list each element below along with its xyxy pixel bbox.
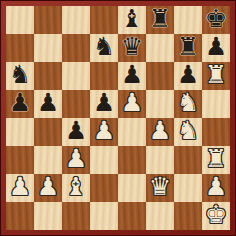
square-f8[interactable]: ♜ <box>146 6 174 34</box>
square-f2[interactable]: ♛ <box>146 174 174 202</box>
square-g7[interactable]: ♜ <box>174 34 202 62</box>
square-b4[interactable] <box>34 118 62 146</box>
black-pawn-d5: ♟ <box>93 90 115 117</box>
square-f3[interactable] <box>146 146 174 174</box>
square-c5[interactable] <box>62 90 90 118</box>
square-a6[interactable]: ♞ <box>6 62 34 90</box>
square-g6[interactable]: ♟ <box>174 62 202 90</box>
square-c3[interactable]: ♟ <box>62 146 90 174</box>
square-g1[interactable] <box>174 202 202 230</box>
square-e3[interactable] <box>118 146 146 174</box>
black-pawn-g6: ♟ <box>177 62 199 89</box>
square-f1[interactable] <box>146 202 174 230</box>
board-frame: ♝♜♚♞♛♜♟♞♟♟♜♟♟♟♟♞♟♟♟♞♟♜♟♟♝♛♟♚ <box>0 0 236 236</box>
square-b1[interactable] <box>34 202 62 230</box>
square-e6[interactable]: ♟ <box>118 62 146 90</box>
square-g8[interactable] <box>174 6 202 34</box>
black-pawn-e6: ♟ <box>121 62 143 89</box>
square-d5[interactable]: ♟ <box>90 90 118 118</box>
square-d3[interactable] <box>90 146 118 174</box>
black-king-h8: ♚ <box>205 6 227 33</box>
white-pawn-a2: ♟ <box>9 174 31 201</box>
square-b6[interactable] <box>34 62 62 90</box>
white-pawn-h2: ♟ <box>205 174 227 201</box>
square-e5[interactable]: ♟ <box>118 90 146 118</box>
square-a1[interactable] <box>6 202 34 230</box>
black-pawn-a5: ♟ <box>9 90 31 117</box>
square-h4[interactable] <box>202 118 230 146</box>
square-b2[interactable]: ♟ <box>34 174 62 202</box>
chess-board: ♝♜♚♞♛♜♟♞♟♟♜♟♟♟♟♞♟♟♟♞♟♜♟♟♝♛♟♚ <box>6 6 230 230</box>
square-d8[interactable] <box>90 6 118 34</box>
white-king-h1: ♚ <box>205 202 227 229</box>
square-c8[interactable] <box>62 6 90 34</box>
square-h3[interactable]: ♜ <box>202 146 230 174</box>
white-queen-f2: ♛ <box>149 174 171 201</box>
square-e2[interactable] <box>118 174 146 202</box>
square-h6[interactable]: ♜ <box>202 62 230 90</box>
white-rook-h6: ♜ <box>205 62 227 89</box>
square-d7[interactable]: ♞ <box>90 34 118 62</box>
square-e4[interactable] <box>118 118 146 146</box>
square-e1[interactable] <box>118 202 146 230</box>
square-h1[interactable]: ♚ <box>202 202 230 230</box>
black-knight-d7: ♞ <box>93 34 115 61</box>
square-b8[interactable] <box>34 6 62 34</box>
square-h7[interactable]: ♟ <box>202 34 230 62</box>
square-f6[interactable] <box>146 62 174 90</box>
square-a5[interactable]: ♟ <box>6 90 34 118</box>
square-a3[interactable] <box>6 146 34 174</box>
white-pawn-d4: ♟ <box>93 118 115 145</box>
square-a8[interactable] <box>6 6 34 34</box>
white-knight-g4: ♞ <box>177 118 199 145</box>
square-a2[interactable]: ♟ <box>6 174 34 202</box>
square-a4[interactable] <box>6 118 34 146</box>
square-c6[interactable] <box>62 62 90 90</box>
black-pawn-h7: ♟ <box>205 34 227 61</box>
square-a7[interactable] <box>6 34 34 62</box>
white-pawn-f4: ♟ <box>149 118 171 145</box>
black-knight-a6: ♞ <box>9 62 31 89</box>
square-b3[interactable] <box>34 146 62 174</box>
square-e8[interactable]: ♝ <box>118 6 146 34</box>
square-h5[interactable] <box>202 90 230 118</box>
square-g3[interactable] <box>174 146 202 174</box>
black-queen-e7: ♛ <box>121 34 143 61</box>
square-e7[interactable]: ♛ <box>118 34 146 62</box>
square-f5[interactable] <box>146 90 174 118</box>
white-rook-h3: ♜ <box>205 146 227 173</box>
black-pawn-c4: ♟ <box>65 118 87 145</box>
square-d2[interactable] <box>90 174 118 202</box>
square-b5[interactable]: ♟ <box>34 90 62 118</box>
black-rook-f8: ♜ <box>149 6 171 33</box>
black-bishop-e8: ♝ <box>121 6 143 33</box>
white-knight-g5: ♞ <box>177 90 199 117</box>
white-pawn-b2: ♟ <box>37 174 59 201</box>
square-g2[interactable] <box>174 174 202 202</box>
black-rook-g7: ♜ <box>177 34 199 61</box>
square-h2[interactable]: ♟ <box>202 174 230 202</box>
square-c2[interactable]: ♝ <box>62 174 90 202</box>
white-pawn-e5: ♟ <box>121 90 143 117</box>
square-c4[interactable]: ♟ <box>62 118 90 146</box>
square-g4[interactable]: ♞ <box>174 118 202 146</box>
square-c1[interactable] <box>62 202 90 230</box>
white-bishop-c2: ♝ <box>65 174 87 201</box>
square-d1[interactable] <box>90 202 118 230</box>
square-f4[interactable]: ♟ <box>146 118 174 146</box>
square-c7[interactable] <box>62 34 90 62</box>
white-pawn-c3: ♟ <box>65 146 87 173</box>
square-h8[interactable]: ♚ <box>202 6 230 34</box>
square-b7[interactable] <box>34 34 62 62</box>
square-g5[interactable]: ♞ <box>174 90 202 118</box>
square-d6[interactable] <box>90 62 118 90</box>
square-d4[interactable]: ♟ <box>90 118 118 146</box>
square-f7[interactable] <box>146 34 174 62</box>
black-pawn-b5: ♟ <box>37 90 59 117</box>
